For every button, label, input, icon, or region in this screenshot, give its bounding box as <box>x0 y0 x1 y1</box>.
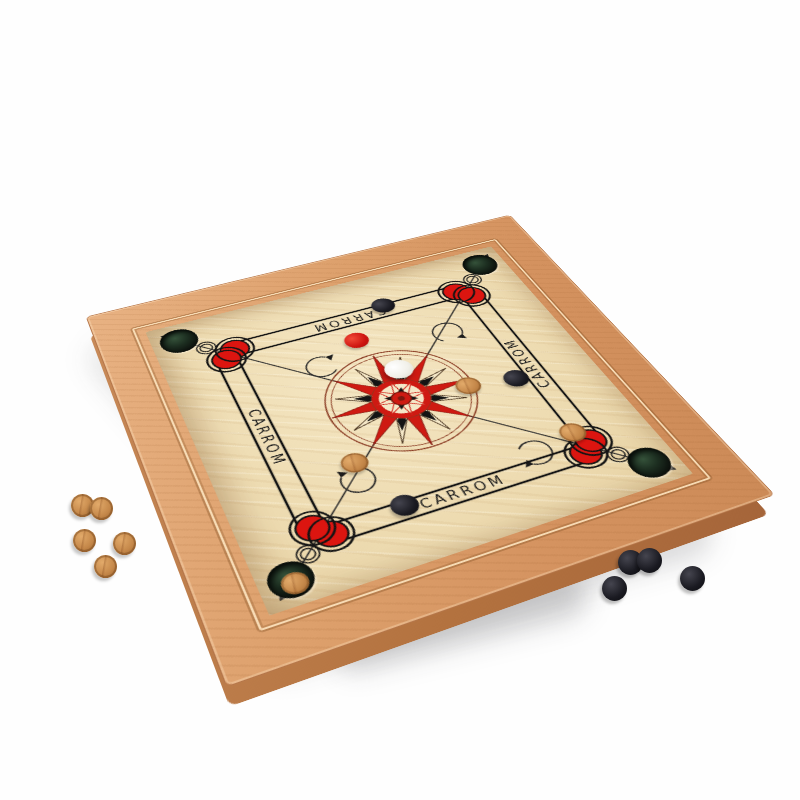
side-wordmarks: CARROM CARROM CARROM CARROM <box>213 283 610 548</box>
pocket-bottom-left <box>261 556 321 604</box>
coin-tan <box>337 450 373 475</box>
pocket-bottom-right <box>620 443 680 482</box>
coin-tan <box>277 569 313 598</box>
corner-circles <box>194 273 633 566</box>
wordmark-left: CARROM <box>244 407 290 468</box>
coin-black <box>637 548 662 573</box>
wordmark-bottom: CARROM <box>417 472 510 512</box>
coin-tan <box>113 532 136 555</box>
coin-black <box>680 566 705 591</box>
carrom-board: CARROM CARROM CARROM CARROM <box>86 215 776 688</box>
coin-tan <box>554 420 591 444</box>
coin-black <box>602 576 627 601</box>
stage: CARROM CARROM CARROM CARROM <box>0 0 800 800</box>
hook-arrow-icons <box>267 315 572 530</box>
carrom-board-scene: CARROM CARROM CARROM CARROM <box>140 138 660 658</box>
coin-tan <box>94 555 117 578</box>
coin-tan <box>73 529 96 552</box>
compass-rose <box>304 337 504 469</box>
coin-tan <box>90 497 113 520</box>
coin-black <box>386 492 424 520</box>
